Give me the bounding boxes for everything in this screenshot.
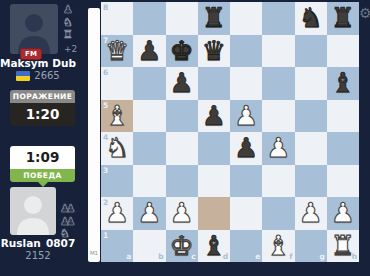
square-h4[interactable]	[327, 132, 359, 165]
chess-game-window: FM Maksym Dub... 2665 ♟♞♜ +2 ПОРАЖЕНИЕ 1…	[0, 0, 370, 276]
square-f2[interactable]	[262, 197, 294, 230]
square-d5[interactable]: ♟	[198, 100, 230, 133]
piece-white-pawn-f4[interactable]: ♟	[262, 132, 294, 165]
square-b7[interactable]: ♟	[133, 35, 165, 68]
square-g5[interactable]	[295, 100, 327, 133]
move-list-panel[interactable]: M1	[88, 8, 100, 262]
piece-black-bishop-h6[interactable]: ♝	[327, 67, 359, 100]
piece-black-pawn-b7[interactable]: ♟	[133, 35, 165, 68]
piece-black-rook-h8[interactable]: ♜	[327, 2, 359, 35]
square-d3[interactable]	[198, 165, 230, 198]
square-a8[interactable]: 8	[101, 2, 133, 35]
material-advantage-badge: +2	[64, 44, 77, 54]
clock-white-player: 1:09	[10, 146, 75, 169]
square-g7[interactable]	[295, 35, 327, 68]
square-h3[interactable]	[327, 165, 359, 198]
captured-pawn-icon: ♟♟	[60, 203, 76, 216]
piece-white-pawn-b2[interactable]: ♟	[133, 197, 165, 230]
square-f5[interactable]	[262, 100, 294, 133]
ukraine-flag-icon	[16, 71, 30, 81]
square-h8[interactable]: ♜	[327, 2, 359, 35]
square-f8[interactable]	[262, 2, 294, 35]
piece-white-queen-a7[interactable]: ♛	[101, 35, 133, 68]
square-h2[interactable]: ♟	[327, 197, 359, 230]
piece-black-pawn-e4[interactable]: ♟	[230, 132, 262, 165]
square-b4[interactable]	[133, 132, 165, 165]
square-a2[interactable]: 2♟	[101, 197, 133, 230]
square-a4[interactable]: 4♞	[101, 132, 133, 165]
rank-label-3: 3	[103, 166, 108, 175]
square-b6[interactable]	[133, 67, 165, 100]
result-badge-defeat: ПОРАЖЕНИЕ	[10, 90, 75, 103]
square-e1[interactable]: e	[230, 230, 262, 263]
person-silhouette-icon	[10, 187, 56, 235]
square-f6[interactable]	[262, 67, 294, 100]
chess-board: 8♜♞♜7♛♟♚♛6♟♝5♝♟♟4♞♟♟32♟♟♟♟♟1abc♚d♝ef♝gh♜	[101, 2, 359, 262]
piece-black-pawn-c6[interactable]: ♟	[166, 67, 198, 100]
square-a1[interactable]: 1a	[101, 230, 133, 263]
move-panel-label: M1	[88, 250, 100, 256]
square-g6[interactable]	[295, 67, 327, 100]
square-d8[interactable]: ♜	[198, 2, 230, 35]
square-h7[interactable]	[327, 35, 359, 68]
square-a5[interactable]: 5♝	[101, 100, 133, 133]
file-label-b: b	[158, 252, 163, 261]
square-e6[interactable]	[230, 67, 262, 100]
square-h1[interactable]: h♜	[327, 230, 359, 263]
square-c6[interactable]: ♟	[166, 67, 198, 100]
avatar-top-player[interactable]: FM	[10, 4, 58, 54]
square-c1[interactable]: c♚	[166, 230, 198, 263]
piece-white-knight-a4[interactable]: ♞	[101, 132, 133, 165]
player-rating-top: 2665	[34, 70, 59, 81]
piece-black-knight-g8[interactable]: ♞	[295, 2, 327, 35]
piece-black-queen-d7[interactable]: ♛	[198, 35, 230, 68]
piece-white-bishop-f1[interactable]: ♝	[262, 230, 294, 263]
square-e2[interactable]	[230, 197, 262, 230]
rank-label-6: 6	[103, 68, 108, 77]
piece-white-bishop-a5[interactable]: ♝	[101, 100, 133, 133]
square-e8[interactable]	[230, 2, 262, 35]
piece-white-pawn-g2[interactable]: ♟	[295, 197, 327, 230]
square-g2[interactable]: ♟	[295, 197, 327, 230]
square-e5[interactable]: ♟	[230, 100, 262, 133]
square-b8[interactable]	[133, 2, 165, 35]
square-d7[interactable]: ♛	[198, 35, 230, 68]
piece-white-pawn-h2[interactable]: ♟	[327, 197, 359, 230]
square-c8[interactable]	[166, 2, 198, 35]
piece-white-pawn-c2[interactable]: ♟	[166, 197, 198, 230]
clock-black-player: 1:20	[10, 103, 75, 126]
square-a7[interactable]: 7♛	[101, 35, 133, 68]
square-a3[interactable]: 3	[101, 165, 133, 198]
square-c5[interactable]	[166, 100, 198, 133]
piece-black-king-c7[interactable]: ♚	[166, 35, 198, 68]
avatar-bottom-player[interactable]	[10, 187, 56, 235]
player-name-bottom[interactable]: Ruslan_0807	[0, 237, 76, 249]
square-e3[interactable]	[230, 165, 262, 198]
piece-white-pawn-e5[interactable]: ♟	[230, 100, 262, 133]
captured-pieces-bottom: ♟♟♟♟♞	[60, 203, 76, 241]
square-c2[interactable]: ♟	[166, 197, 198, 230]
square-c3[interactable]	[166, 165, 198, 198]
square-a6[interactable]: 6	[101, 67, 133, 100]
piece-white-rook-h1[interactable]: ♜	[327, 230, 359, 263]
square-d4[interactable]	[198, 132, 230, 165]
square-f7[interactable]	[262, 35, 294, 68]
captured-pawn-icon: ♟	[63, 4, 73, 17]
square-c7[interactable]: ♚	[166, 35, 198, 68]
rank-label-1: 1	[103, 231, 108, 240]
square-h6[interactable]: ♝	[327, 67, 359, 100]
square-g4[interactable]	[295, 132, 327, 165]
square-b1[interactable]: b	[133, 230, 165, 263]
square-e7[interactable]	[230, 35, 262, 68]
piece-black-rook-d8[interactable]: ♜	[198, 2, 230, 35]
rating-row-top: 2665	[0, 70, 76, 81]
person-silhouette-icon	[10, 4, 58, 54]
square-g1[interactable]: g	[295, 230, 327, 263]
player-name-top[interactable]: Maksym Dub...	[0, 57, 76, 69]
square-c4[interactable]	[166, 132, 198, 165]
square-f3[interactable]	[262, 165, 294, 198]
piece-black-bishop-d1[interactable]: ♝	[198, 230, 230, 263]
square-g8[interactable]: ♞	[295, 2, 327, 35]
square-g3[interactable]	[295, 165, 327, 198]
piece-white-pawn-a2[interactable]: ♟	[101, 197, 133, 230]
captured-pieces-top: ♟♞♜	[63, 4, 73, 42]
result-badge-victory: ПОБЕДА	[10, 169, 75, 182]
square-d2[interactable]	[198, 197, 230, 230]
square-h5[interactable]	[327, 100, 359, 133]
captured-rook-icon: ♜	[63, 29, 73, 42]
square-b3[interactable]	[133, 165, 165, 198]
file-label-a: a	[126, 252, 131, 261]
piece-white-king-c1[interactable]: ♚	[166, 230, 198, 263]
settings-gear-icon[interactable]: ⚙	[359, 5, 370, 21]
player-rating-bottom: 2152	[0, 250, 76, 261]
square-e4[interactable]: ♟	[230, 132, 262, 165]
square-d1[interactable]: d♝	[198, 230, 230, 263]
square-b2[interactable]: ♟	[133, 197, 165, 230]
square-f4[interactable]: ♟	[262, 132, 294, 165]
square-f1[interactable]: f♝	[262, 230, 294, 263]
piece-black-pawn-d5[interactable]: ♟	[198, 100, 230, 133]
square-b5[interactable]	[133, 100, 165, 133]
rank-label-8: 8	[103, 3, 108, 12]
file-label-g: g	[319, 252, 324, 261]
file-label-e: e	[255, 252, 260, 261]
square-d6[interactable]	[198, 67, 230, 100]
